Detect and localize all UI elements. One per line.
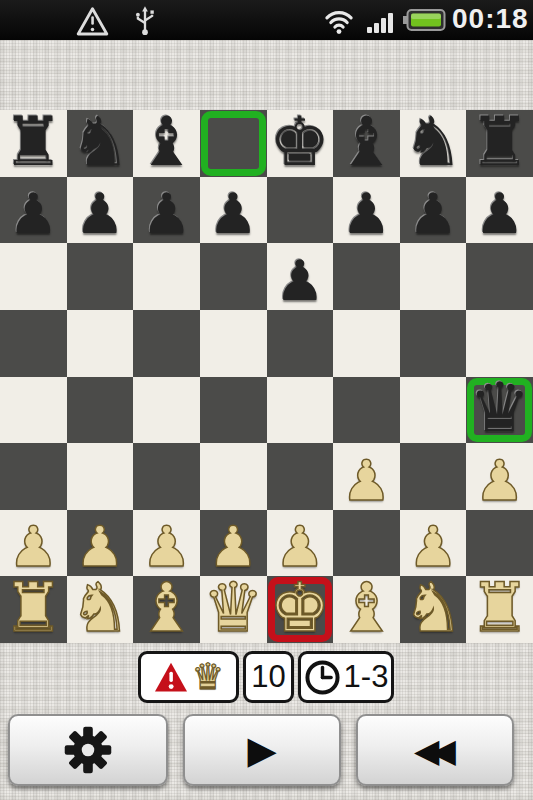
square-c7[interactable]: ♟ [133, 177, 200, 244]
status-bar: 00:18 [0, 0, 533, 40]
white-queen-d1: ♛ [203, 573, 264, 643]
clock-time: 00:18 [452, 3, 529, 35]
black-bishop-f8: ♝ [336, 107, 397, 177]
square-e1[interactable]: ♚ [267, 576, 334, 643]
square-h1[interactable]: ♜ [466, 576, 533, 643]
square-g7[interactable]: ♟ [400, 177, 467, 244]
square-c3[interactable] [133, 443, 200, 510]
square-g2[interactable]: ♟ [400, 510, 467, 577]
square-g8[interactable]: ♞ [400, 110, 467, 177]
level-box: 10 [243, 651, 294, 703]
rewind-icon: ◀◀ [414, 731, 456, 770]
phone-screen: 00:18 ♜♞♝♚♝♞♜♟♟♟♟♟♟♟♟♛♟♟♟♟♟♟♟♟♜♞♝♛♚♝♞♜ ♛… [0, 0, 533, 800]
square-a1[interactable]: ♜ [0, 576, 67, 643]
square-a6[interactable] [0, 243, 67, 310]
square-e5[interactable] [267, 310, 334, 377]
gear-icon [64, 726, 112, 774]
square-d7[interactable]: ♟ [200, 177, 267, 244]
square-g1[interactable]: ♞ [400, 576, 467, 643]
square-d3[interactable] [200, 443, 267, 510]
square-c4[interactable] [133, 377, 200, 444]
black-pawn-a7: ♟ [8, 185, 58, 243]
square-f8[interactable]: ♝ [333, 110, 400, 177]
square-c6[interactable] [133, 243, 200, 310]
square-h4[interactable]: ♛ [466, 377, 533, 444]
square-g4[interactable] [400, 377, 467, 444]
white-bishop-c1: ♝ [136, 573, 197, 643]
black-pawn-g7: ♟ [408, 185, 458, 243]
square-b5[interactable] [67, 310, 134, 377]
white-pawn-f3: ♟ [341, 452, 391, 510]
black-knight-b8: ♞ [69, 107, 130, 177]
square-f3[interactable]: ♟ [333, 443, 400, 510]
signal-icon [364, 10, 398, 34]
play-icon: ▶ [247, 728, 276, 772]
square-b4[interactable] [67, 377, 134, 444]
square-f2[interactable] [333, 510, 400, 577]
move-time-box: 1-3 [298, 651, 394, 703]
square-e8[interactable]: ♚ [267, 110, 334, 177]
square-d5[interactable] [200, 310, 267, 377]
square-h6[interactable] [466, 243, 533, 310]
square-g6[interactable] [400, 243, 467, 310]
battery-icon [403, 8, 447, 32]
warning-icon [70, 6, 115, 36]
white-king-e1: ♚ [269, 573, 330, 643]
square-g5[interactable] [400, 310, 467, 377]
square-e7[interactable] [267, 177, 334, 244]
square-d6[interactable] [200, 243, 267, 310]
warning-triangle-icon [153, 661, 189, 693]
square-b8[interactable]: ♞ [67, 110, 134, 177]
threat-warning-box: ♛ [138, 651, 239, 703]
black-pawn-c7: ♟ [141, 185, 191, 243]
square-f7[interactable]: ♟ [333, 177, 400, 244]
rewind-button[interactable]: ◀◀ [356, 714, 514, 786]
square-f5[interactable] [333, 310, 400, 377]
move-time-value: 1-3 [344, 659, 389, 695]
clock-icon [304, 659, 341, 696]
square-d1[interactable]: ♛ [200, 576, 267, 643]
square-e3[interactable] [267, 443, 334, 510]
square-b2[interactable]: ♟ [67, 510, 134, 577]
white-queen-icon: ♛ [192, 659, 224, 695]
square-d2[interactable]: ♟ [200, 510, 267, 577]
square-f4[interactable] [333, 377, 400, 444]
white-knight-g1: ♞ [403, 573, 464, 643]
black-rook-a8: ♜ [3, 107, 64, 177]
square-h5[interactable] [466, 310, 533, 377]
white-knight-b1: ♞ [69, 573, 130, 643]
black-rook-h8: ♜ [469, 107, 530, 177]
black-king-e8: ♚ [269, 107, 330, 177]
level-value: 10 [251, 659, 285, 695]
black-knight-g8: ♞ [403, 107, 464, 177]
settings-button[interactable] [8, 714, 168, 786]
square-b3[interactable] [67, 443, 134, 510]
square-h8[interactable]: ♜ [466, 110, 533, 177]
highlight-green-d8 [201, 111, 266, 176]
square-d8[interactable] [200, 110, 267, 177]
square-a2[interactable]: ♟ [0, 510, 67, 577]
square-a8[interactable]: ♜ [0, 110, 67, 177]
usb-icon [128, 5, 162, 36]
black-bishop-c8: ♝ [136, 107, 197, 177]
square-h2[interactable] [466, 510, 533, 577]
black-pawn-h7: ♟ [475, 185, 525, 243]
square-b7[interactable]: ♟ [67, 177, 134, 244]
black-queen-h4: ♛ [469, 373, 530, 443]
square-a5[interactable] [0, 310, 67, 377]
white-pawn-h3: ♟ [475, 452, 525, 510]
square-c1[interactable]: ♝ [133, 576, 200, 643]
square-b1[interactable]: ♞ [67, 576, 134, 643]
square-f6[interactable] [333, 243, 400, 310]
square-e4[interactable] [267, 377, 334, 444]
play-button[interactable]: ▶ [183, 714, 341, 786]
square-e2[interactable]: ♟ [267, 510, 334, 577]
black-pawn-f7: ♟ [341, 185, 391, 243]
square-c5[interactable] [133, 310, 200, 377]
square-c8[interactable]: ♝ [133, 110, 200, 177]
black-pawn-e6: ♟ [275, 252, 325, 310]
black-pawn-b7: ♟ [75, 185, 125, 243]
square-f1[interactable]: ♝ [333, 576, 400, 643]
square-c2[interactable]: ♟ [133, 510, 200, 577]
black-pawn-d7: ♟ [208, 185, 258, 243]
white-bishop-f1: ♝ [336, 573, 397, 643]
square-h7[interactable]: ♟ [466, 177, 533, 244]
square-e6[interactable]: ♟ [267, 243, 334, 310]
square-a3[interactable] [0, 443, 67, 510]
square-h3[interactable]: ♟ [466, 443, 533, 510]
square-g3[interactable] [400, 443, 467, 510]
wifi-icon [318, 7, 360, 35]
chess-board: ♜♞♝♚♝♞♜♟♟♟♟♟♟♟♟♛♟♟♟♟♟♟♟♟♜♞♝♛♚♝♞♜ [0, 110, 533, 643]
square-d4[interactable] [200, 377, 267, 444]
white-rook-a1: ♜ [3, 573, 64, 643]
square-a7[interactable]: ♟ [0, 177, 67, 244]
square-b6[interactable] [67, 243, 134, 310]
white-rook-h1: ♜ [469, 573, 530, 643]
square-a4[interactable] [0, 377, 67, 444]
